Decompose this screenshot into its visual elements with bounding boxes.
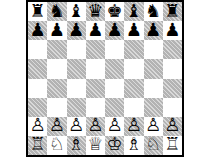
piece-black-knight[interactable]: ♞ xyxy=(145,2,161,20)
square-a1[interactable]: ♖ xyxy=(28,136,47,155)
square-g6[interactable] xyxy=(144,40,163,59)
square-e7[interactable]: ♟ xyxy=(105,21,124,40)
square-a8[interactable]: ♜ xyxy=(28,2,47,21)
square-d3[interactable] xyxy=(86,98,105,117)
piece-black-pawn[interactable]: ♟ xyxy=(49,21,65,39)
piece-white-knight[interactable]: ♘ xyxy=(49,136,65,154)
square-f2[interactable]: ♙ xyxy=(124,117,143,136)
square-b5[interactable] xyxy=(47,59,66,78)
piece-white-pawn[interactable]: ♙ xyxy=(68,117,84,135)
piece-white-bishop[interactable]: ♗ xyxy=(126,136,142,154)
square-h5[interactable] xyxy=(163,59,182,78)
square-d1[interactable]: ♕ xyxy=(86,136,105,155)
square-c8[interactable]: ♝ xyxy=(67,2,86,21)
square-g8[interactable]: ♞ xyxy=(144,2,163,21)
square-d2[interactable]: ♙ xyxy=(86,117,105,136)
square-c4[interactable] xyxy=(67,79,86,98)
square-d7[interactable]: ♟ xyxy=(86,21,105,40)
square-f8[interactable]: ♝ xyxy=(124,2,143,21)
square-d4[interactable] xyxy=(86,79,105,98)
piece-white-pawn[interactable]: ♙ xyxy=(126,117,142,135)
piece-black-pawn[interactable]: ♟ xyxy=(30,21,46,39)
square-b7[interactable]: ♟ xyxy=(47,21,66,40)
piece-black-pawn[interactable]: ♟ xyxy=(164,21,180,39)
square-c6[interactable] xyxy=(67,40,86,59)
piece-black-rook[interactable]: ♜ xyxy=(164,2,180,20)
square-c5[interactable] xyxy=(67,59,86,78)
chess-app-window: ♜♞♝♛♚♝♞♜♟♟♟♟♟♟♟♟♙♙♙♙♙♙♙♙♖♘♗♕♔♗♘♖ xyxy=(0,0,209,157)
chess-board: ♜♞♝♛♚♝♞♜♟♟♟♟♟♟♟♟♙♙♙♙♙♙♙♙♖♘♗♕♔♗♘♖ xyxy=(26,0,184,157)
square-g4[interactable] xyxy=(144,79,163,98)
square-g2[interactable]: ♙ xyxy=(144,117,163,136)
square-c1[interactable]: ♗ xyxy=(67,136,86,155)
piece-black-king[interactable]: ♚ xyxy=(107,2,123,20)
square-h3[interactable] xyxy=(163,98,182,117)
square-b2[interactable]: ♙ xyxy=(47,117,66,136)
square-b8[interactable]: ♞ xyxy=(47,2,66,21)
square-d6[interactable] xyxy=(86,40,105,59)
piece-white-knight[interactable]: ♘ xyxy=(145,136,161,154)
piece-white-pawn[interactable]: ♙ xyxy=(30,117,46,135)
square-e6[interactable] xyxy=(105,40,124,59)
square-g1[interactable]: ♘ xyxy=(144,136,163,155)
square-h1[interactable]: ♖ xyxy=(163,136,182,155)
piece-white-rook[interactable]: ♖ xyxy=(164,136,180,154)
piece-black-knight[interactable]: ♞ xyxy=(49,2,65,20)
piece-white-pawn[interactable]: ♙ xyxy=(87,117,103,135)
piece-white-pawn[interactable]: ♙ xyxy=(145,117,161,135)
piece-black-pawn[interactable]: ♟ xyxy=(87,21,103,39)
square-e5[interactable] xyxy=(105,59,124,78)
square-g5[interactable] xyxy=(144,59,163,78)
square-e2[interactable]: ♙ xyxy=(105,117,124,136)
piece-black-bishop[interactable]: ♝ xyxy=(68,2,84,20)
square-c2[interactable]: ♙ xyxy=(67,117,86,136)
square-f7[interactable]: ♟ xyxy=(124,21,143,40)
square-h7[interactable]: ♟ xyxy=(163,21,182,40)
square-f3[interactable] xyxy=(124,98,143,117)
square-a3[interactable] xyxy=(28,98,47,117)
piece-black-queen[interactable]: ♛ xyxy=(87,2,103,20)
square-e4[interactable] xyxy=(105,79,124,98)
square-f5[interactable] xyxy=(124,59,143,78)
square-a4[interactable] xyxy=(28,79,47,98)
square-d5[interactable] xyxy=(86,59,105,78)
square-e8[interactable]: ♚ xyxy=(105,2,124,21)
square-g3[interactable] xyxy=(144,98,163,117)
square-a2[interactable]: ♙ xyxy=(28,117,47,136)
square-f4[interactable] xyxy=(124,79,143,98)
square-c7[interactable]: ♟ xyxy=(67,21,86,40)
square-e1[interactable]: ♔ xyxy=(105,136,124,155)
square-b4[interactable] xyxy=(47,79,66,98)
square-e3[interactable] xyxy=(105,98,124,117)
piece-white-rook[interactable]: ♖ xyxy=(30,136,46,154)
square-a5[interactable] xyxy=(28,59,47,78)
square-f1[interactable]: ♗ xyxy=(124,136,143,155)
piece-white-pawn[interactable]: ♙ xyxy=(49,117,65,135)
piece-black-pawn[interactable]: ♟ xyxy=(107,21,123,39)
square-b6[interactable] xyxy=(47,40,66,59)
piece-black-rook[interactable]: ♜ xyxy=(30,2,46,20)
piece-white-pawn[interactable]: ♙ xyxy=(164,117,180,135)
square-d8[interactable]: ♛ xyxy=(86,2,105,21)
piece-white-king[interactable]: ♔ xyxy=(107,136,123,154)
piece-white-bishop[interactable]: ♗ xyxy=(68,136,84,154)
square-h2[interactable]: ♙ xyxy=(163,117,182,136)
square-a6[interactable] xyxy=(28,40,47,59)
square-c3[interactable] xyxy=(67,98,86,117)
square-h4[interactable] xyxy=(163,79,182,98)
piece-black-pawn[interactable]: ♟ xyxy=(126,21,142,39)
piece-white-queen[interactable]: ♕ xyxy=(87,136,103,154)
square-b3[interactable] xyxy=(47,98,66,117)
square-b1[interactable]: ♘ xyxy=(47,136,66,155)
square-f6[interactable] xyxy=(124,40,143,59)
piece-black-pawn[interactable]: ♟ xyxy=(145,21,161,39)
piece-black-bishop[interactable]: ♝ xyxy=(126,2,142,20)
square-g7[interactable]: ♟ xyxy=(144,21,163,40)
piece-white-pawn[interactable]: ♙ xyxy=(107,117,123,135)
piece-black-pawn[interactable]: ♟ xyxy=(68,21,84,39)
square-a7[interactable]: ♟ xyxy=(28,21,47,40)
square-h8[interactable]: ♜ xyxy=(163,2,182,21)
square-h6[interactable] xyxy=(163,40,182,59)
